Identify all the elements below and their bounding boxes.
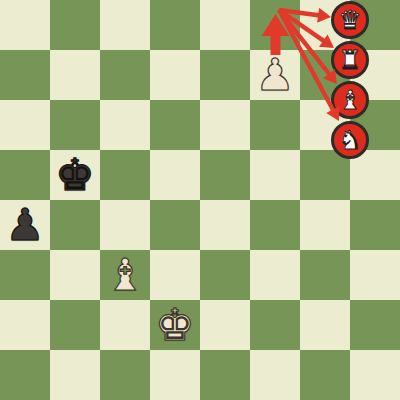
- square-b3[interactable]: [50, 250, 100, 300]
- square-d5[interactable]: [150, 150, 200, 200]
- piece-white-king-d2[interactable]: ♚: [150, 300, 200, 350]
- square-a5[interactable]: [0, 150, 50, 200]
- square-h4[interactable]: [350, 200, 400, 250]
- piece-black-king-b5[interactable]: ♚: [50, 150, 100, 200]
- square-e8[interactable]: [200, 0, 250, 50]
- square-a3[interactable]: [0, 250, 50, 300]
- square-e7[interactable]: [200, 50, 250, 100]
- square-d4[interactable]: [150, 200, 200, 250]
- square-c1[interactable]: [100, 350, 150, 400]
- promotion-option-bishop[interactable]: ♝: [331, 81, 369, 119]
- square-e5[interactable]: [200, 150, 250, 200]
- piece-white-pawn-f7[interactable]: ♟: [250, 50, 300, 100]
- white-knight-icon: ♞: [338, 127, 361, 153]
- square-a4[interactable]: ♟: [0, 200, 50, 250]
- square-b2[interactable]: [50, 300, 100, 350]
- square-e6[interactable]: [200, 100, 250, 150]
- white-rook-icon: ♜: [338, 47, 361, 73]
- piece-white-bishop-c3[interactable]: ♝: [100, 250, 150, 300]
- square-d2[interactable]: ♚: [150, 300, 200, 350]
- square-a8[interactable]: [0, 0, 50, 50]
- square-d8[interactable]: [150, 0, 200, 50]
- square-f8[interactable]: [250, 0, 300, 50]
- square-c7[interactable]: [100, 50, 150, 100]
- square-a6[interactable]: [0, 100, 50, 150]
- promotion-option-knight[interactable]: ♞: [331, 121, 369, 159]
- square-d6[interactable]: [150, 100, 200, 150]
- square-b8[interactable]: [50, 0, 100, 50]
- square-d3[interactable]: [150, 250, 200, 300]
- square-h1[interactable]: [350, 350, 400, 400]
- square-c5[interactable]: [100, 150, 150, 200]
- white-queen-icon: ♛: [338, 7, 361, 33]
- square-h2[interactable]: [350, 300, 400, 350]
- square-e1[interactable]: [200, 350, 250, 400]
- square-b1[interactable]: [50, 350, 100, 400]
- square-f2[interactable]: [250, 300, 300, 350]
- square-f5[interactable]: [250, 150, 300, 200]
- square-d1[interactable]: [150, 350, 200, 400]
- square-a7[interactable]: [0, 50, 50, 100]
- square-f3[interactable]: [250, 250, 300, 300]
- square-c8[interactable]: [100, 0, 150, 50]
- piece-black-pawn-a4[interactable]: ♟: [0, 200, 50, 250]
- square-c2[interactable]: [100, 300, 150, 350]
- square-a1[interactable]: [0, 350, 50, 400]
- square-e2[interactable]: [200, 300, 250, 350]
- square-b7[interactable]: [50, 50, 100, 100]
- square-f1[interactable]: [250, 350, 300, 400]
- square-e4[interactable]: [200, 200, 250, 250]
- square-g2[interactable]: [300, 300, 350, 350]
- square-f4[interactable]: [250, 200, 300, 250]
- square-f6[interactable]: [250, 100, 300, 150]
- square-b4[interactable]: [50, 200, 100, 250]
- square-a2[interactable]: [0, 300, 50, 350]
- square-h5[interactable]: [350, 150, 400, 200]
- square-g1[interactable]: [300, 350, 350, 400]
- promotion-option-queen[interactable]: ♛: [331, 1, 369, 39]
- square-b6[interactable]: [50, 100, 100, 150]
- square-e3[interactable]: [200, 250, 250, 300]
- chess-board-stage: ♟♚♟♝♚ ♛♜♝♞: [0, 0, 400, 400]
- promotion-option-rook[interactable]: ♜: [331, 41, 369, 79]
- white-bishop-icon: ♝: [338, 87, 361, 113]
- square-f7[interactable]: ♟: [250, 50, 300, 100]
- square-h3[interactable]: [350, 250, 400, 300]
- square-d7[interactable]: [150, 50, 200, 100]
- square-c4[interactable]: [100, 200, 150, 250]
- square-c3[interactable]: ♝: [100, 250, 150, 300]
- square-g4[interactable]: [300, 200, 350, 250]
- square-b5[interactable]: ♚: [50, 150, 100, 200]
- square-g3[interactable]: [300, 250, 350, 300]
- square-c6[interactable]: [100, 100, 150, 150]
